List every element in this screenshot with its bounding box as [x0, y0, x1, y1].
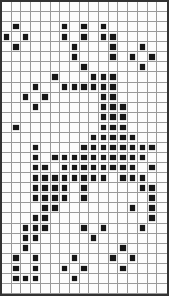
filled-cell: [31, 224, 41, 234]
empty-cell: [109, 224, 119, 234]
empty-cell: [2, 234, 12, 244]
empty-cell: [89, 22, 99, 32]
stitch-square: [33, 175, 38, 181]
filled-cell: [128, 203, 138, 213]
empty-cell: [51, 264, 61, 274]
empty-cell: [41, 284, 51, 294]
empty-cell: [157, 103, 167, 113]
empty-cell: [70, 133, 80, 143]
filled-cell: [51, 193, 61, 203]
empty-cell: [12, 244, 22, 254]
empty-cell: [109, 173, 119, 183]
empty-cell: [2, 224, 12, 234]
empty-cell: [99, 234, 109, 244]
filled-cell: [89, 173, 99, 183]
stitch-square: [101, 84, 106, 90]
filled-cell: [118, 264, 128, 274]
filled-cell: [41, 224, 51, 234]
empty-cell: [51, 133, 61, 143]
filled-cell: [21, 93, 31, 103]
empty-cell: [89, 224, 99, 234]
stitch-square: [110, 155, 115, 161]
filled-cell: [128, 254, 138, 264]
empty-cell: [12, 224, 22, 234]
empty-cell: [21, 143, 31, 153]
filled-cell: [138, 224, 148, 234]
stitch-square: [62, 155, 67, 161]
empty-cell: [148, 254, 158, 264]
stitch-square: [130, 165, 135, 171]
empty-cell: [157, 93, 167, 103]
empty-cell: [70, 123, 80, 133]
empty-cell: [157, 22, 167, 32]
empty-cell: [60, 113, 70, 123]
filled-cell: [80, 224, 90, 234]
empty-cell: [60, 62, 70, 72]
stitch-square: [81, 34, 86, 40]
filled-cell: [138, 62, 148, 72]
stitch-square: [81, 195, 86, 201]
filled-cell: [89, 153, 99, 163]
empty-cell: [60, 213, 70, 223]
stitch-square: [13, 276, 18, 282]
empty-cell: [89, 254, 99, 264]
empty-cell: [138, 113, 148, 123]
empty-cell: [21, 173, 31, 183]
stitch-square: [4, 34, 9, 40]
empty-cell: [60, 12, 70, 22]
stitch-grid-board: [0, 0, 169, 296]
filled-cell: [148, 203, 158, 213]
filled-cell: [70, 83, 80, 93]
empty-cell: [157, 244, 167, 254]
empty-cell: [70, 93, 80, 103]
stitch-square: [101, 225, 106, 231]
empty-cell: [128, 284, 138, 294]
empty-cell: [70, 213, 80, 223]
empty-cell: [157, 163, 167, 173]
empty-cell: [109, 62, 119, 72]
filled-cell: [31, 83, 41, 93]
filled-cell: [128, 163, 138, 173]
stitch-square: [81, 24, 86, 30]
filled-cell: [41, 183, 51, 193]
empty-cell: [138, 123, 148, 133]
empty-cell: [157, 264, 167, 274]
filled-cell: [41, 163, 51, 173]
empty-cell: [12, 72, 22, 82]
empty-cell: [118, 62, 128, 72]
empty-cell: [118, 284, 128, 294]
empty-cell: [157, 83, 167, 93]
stitch-square: [62, 84, 67, 90]
empty-cell: [12, 133, 22, 143]
empty-cell: [12, 93, 22, 103]
empty-cell: [51, 113, 61, 123]
empty-cell: [31, 12, 41, 22]
stitch-square: [120, 266, 125, 272]
filled-cell: [89, 143, 99, 153]
empty-cell: [109, 284, 119, 294]
empty-cell: [118, 254, 128, 264]
stitch-square: [81, 266, 86, 272]
empty-cell: [109, 2, 119, 12]
filled-cell: [31, 173, 41, 183]
filled-cell: [109, 93, 119, 103]
stitch-square: [23, 245, 28, 251]
empty-cell: [2, 133, 12, 143]
filled-cell: [138, 143, 148, 153]
stitch-square: [91, 135, 96, 141]
empty-cell: [109, 264, 119, 274]
empty-cell: [31, 284, 41, 294]
empty-cell: [2, 93, 12, 103]
empty-cell: [51, 12, 61, 22]
filled-cell: [118, 153, 128, 163]
empty-cell: [138, 32, 148, 42]
empty-cell: [12, 113, 22, 123]
empty-cell: [70, 62, 80, 72]
empty-cell: [70, 12, 80, 22]
stitch-square: [13, 125, 18, 131]
pattern-chart-page: [0, 0, 173, 300]
empty-cell: [148, 83, 158, 93]
stitch-square: [140, 185, 145, 191]
empty-cell: [99, 244, 109, 254]
stitch-square: [149, 215, 154, 221]
empty-cell: [41, 83, 51, 93]
stitch-square: [81, 84, 86, 90]
stitch-square: [149, 195, 154, 201]
empty-cell: [31, 42, 41, 52]
filled-cell: [99, 32, 109, 42]
empty-cell: [148, 244, 158, 254]
filled-cell: [31, 163, 41, 173]
empty-cell: [89, 62, 99, 72]
empty-cell: [109, 244, 119, 254]
empty-cell: [128, 93, 138, 103]
empty-cell: [31, 52, 41, 62]
empty-cell: [80, 72, 90, 82]
stitch-square: [62, 175, 67, 181]
stitch-square: [91, 175, 96, 181]
filled-cell: [89, 72, 99, 82]
empty-cell: [109, 234, 119, 244]
stitch-square: [33, 165, 38, 171]
filled-cell: [109, 72, 119, 82]
empty-cell: [138, 12, 148, 22]
stitch-square: [52, 205, 57, 211]
empty-cell: [51, 244, 61, 254]
empty-cell: [70, 2, 80, 12]
empty-cell: [157, 12, 167, 22]
empty-cell: [12, 234, 22, 244]
stitch-square: [42, 165, 47, 171]
stitch-square: [110, 44, 115, 50]
empty-cell: [2, 183, 12, 193]
empty-cell: [41, 42, 51, 52]
stitch-square: [33, 225, 38, 231]
stitch-square: [120, 245, 125, 251]
empty-cell: [70, 264, 80, 274]
filled-cell: [31, 153, 41, 163]
empty-cell: [31, 93, 41, 103]
empty-cell: [138, 264, 148, 274]
stitch-square: [110, 34, 115, 40]
stitch-square: [149, 205, 154, 211]
filled-cell: [80, 32, 90, 42]
stitch-square: [110, 135, 115, 141]
stitch-square: [33, 195, 38, 201]
empty-cell: [89, 274, 99, 284]
filled-cell: [109, 42, 119, 52]
empty-cell: [148, 274, 158, 284]
filled-cell: [99, 113, 109, 123]
empty-cell: [148, 284, 158, 294]
filled-cell: [31, 213, 41, 223]
filled-cell: [12, 42, 22, 52]
filled-cell: [70, 42, 80, 52]
empty-cell: [21, 254, 31, 264]
empty-cell: [70, 193, 80, 203]
empty-cell: [118, 72, 128, 82]
empty-cell: [51, 62, 61, 72]
empty-cell: [21, 113, 31, 123]
stitch-square: [110, 84, 115, 90]
empty-cell: [157, 234, 167, 244]
stitch-square: [91, 145, 96, 151]
empty-cell: [60, 42, 70, 52]
empty-cell: [21, 163, 31, 173]
empty-cell: [157, 32, 167, 42]
empty-cell: [21, 193, 31, 203]
empty-cell: [89, 93, 99, 103]
empty-cell: [99, 284, 109, 294]
empty-cell: [12, 2, 22, 12]
stitch-square: [101, 94, 106, 100]
filled-cell: [41, 173, 51, 183]
filled-cell: [99, 224, 109, 234]
filled-cell: [51, 72, 61, 82]
stitch-square: [52, 74, 57, 80]
filled-cell: [70, 173, 80, 183]
empty-cell: [41, 234, 51, 244]
filled-cell: [60, 83, 70, 93]
empty-cell: [70, 244, 80, 254]
empty-cell: [60, 284, 70, 294]
filled-cell: [138, 173, 148, 183]
filled-cell: [138, 153, 148, 163]
filled-cell: [148, 213, 158, 223]
filled-cell: [118, 173, 128, 183]
empty-cell: [89, 264, 99, 274]
stitch-square: [149, 54, 154, 60]
empty-cell: [80, 244, 90, 254]
stitch-square: [23, 34, 28, 40]
empty-cell: [118, 193, 128, 203]
empty-cell: [157, 133, 167, 143]
filled-cell: [118, 113, 128, 123]
stitch-square: [120, 125, 125, 131]
filled-cell: [109, 254, 119, 264]
empty-cell: [21, 123, 31, 133]
empty-cell: [21, 264, 31, 274]
empty-cell: [31, 62, 41, 72]
stitch-square: [149, 145, 154, 151]
empty-cell: [148, 153, 158, 163]
empty-cell: [80, 12, 90, 22]
empty-cell: [138, 22, 148, 32]
stitch-square: [52, 185, 57, 191]
empty-cell: [118, 12, 128, 22]
empty-cell: [118, 22, 128, 32]
empty-cell: [21, 133, 31, 143]
stitch-square: [110, 145, 115, 151]
filled-cell: [109, 133, 119, 143]
stitch-square: [140, 145, 145, 151]
filled-cell: [51, 153, 61, 163]
empty-cell: [80, 213, 90, 223]
empty-cell: [80, 284, 90, 294]
filled-cell: [41, 203, 51, 213]
empty-cell: [138, 2, 148, 12]
stitch-square: [110, 114, 115, 120]
empty-cell: [41, 143, 51, 153]
filled-cell: [99, 22, 109, 32]
empty-cell: [128, 123, 138, 133]
empty-cell: [118, 203, 128, 213]
empty-cell: [21, 284, 31, 294]
filled-cell: [109, 113, 119, 123]
filled-cell: [148, 163, 158, 173]
empty-cell: [2, 213, 12, 223]
stitch-square: [23, 94, 28, 100]
empty-cell: [70, 72, 80, 82]
empty-cell: [157, 52, 167, 62]
filled-cell: [99, 93, 109, 103]
empty-cell: [157, 284, 167, 294]
empty-cell: [70, 203, 80, 213]
empty-cell: [2, 72, 12, 82]
filled-cell: [31, 254, 41, 264]
empty-cell: [21, 12, 31, 22]
stitch-square: [140, 225, 145, 231]
empty-cell: [118, 83, 128, 93]
empty-cell: [60, 123, 70, 133]
stitch-square: [33, 255, 38, 261]
empty-cell: [70, 32, 80, 42]
stitch-square: [62, 266, 67, 272]
filled-cell: [148, 183, 158, 193]
empty-cell: [60, 254, 70, 264]
empty-cell: [2, 203, 12, 213]
filled-cell: [99, 72, 109, 82]
empty-cell: [60, 103, 70, 113]
empty-cell: [51, 234, 61, 244]
filled-cell: [31, 143, 41, 153]
empty-cell: [89, 203, 99, 213]
empty-cell: [60, 72, 70, 82]
empty-cell: [12, 173, 22, 183]
empty-cell: [128, 22, 138, 32]
filled-cell: [128, 173, 138, 183]
filled-cell: [109, 52, 119, 62]
empty-cell: [21, 213, 31, 223]
empty-cell: [157, 123, 167, 133]
empty-cell: [138, 244, 148, 254]
empty-cell: [60, 203, 70, 213]
empty-cell: [118, 224, 128, 234]
empty-cell: [128, 274, 138, 284]
empty-cell: [128, 2, 138, 12]
filled-cell: [21, 32, 31, 42]
empty-cell: [128, 213, 138, 223]
stitch-square: [62, 185, 67, 191]
empty-cell: [148, 62, 158, 72]
filled-cell: [99, 173, 109, 183]
empty-cell: [21, 52, 31, 62]
empty-cell: [41, 72, 51, 82]
empty-cell: [51, 93, 61, 103]
filled-cell: [118, 103, 128, 113]
empty-cell: [12, 163, 22, 173]
stitch-square: [13, 24, 18, 30]
stitch-square: [23, 225, 28, 231]
empty-cell: [21, 83, 31, 93]
empty-cell: [41, 113, 51, 123]
empty-cell: [60, 234, 70, 244]
filled-cell: [89, 133, 99, 143]
empty-cell: [60, 224, 70, 234]
empty-cell: [118, 213, 128, 223]
empty-cell: [51, 103, 61, 113]
empty-cell: [128, 62, 138, 72]
empty-cell: [41, 123, 51, 133]
stitch-square: [140, 44, 145, 50]
empty-cell: [118, 93, 128, 103]
stitch-square: [140, 175, 145, 181]
empty-cell: [70, 183, 80, 193]
empty-cell: [128, 12, 138, 22]
filled-cell: [109, 32, 119, 42]
empty-cell: [2, 113, 12, 123]
stitch-square: [120, 104, 125, 110]
empty-cell: [2, 284, 12, 294]
filled-cell: [41, 93, 51, 103]
stitch-square: [130, 255, 135, 261]
stitch-square: [130, 175, 135, 181]
filled-cell: [70, 52, 80, 62]
empty-cell: [99, 52, 109, 62]
empty-cell: [21, 62, 31, 72]
empty-cell: [157, 224, 167, 234]
empty-cell: [31, 2, 41, 12]
stitch-square: [110, 165, 115, 171]
stitch-square: [101, 165, 106, 171]
empty-cell: [157, 274, 167, 284]
stitch-square: [81, 64, 86, 70]
empty-cell: [12, 193, 22, 203]
stitch-square: [62, 34, 67, 40]
filled-cell: [60, 264, 70, 274]
empty-cell: [89, 284, 99, 294]
filled-cell: [109, 123, 119, 133]
empty-cell: [99, 2, 109, 12]
filled-cell: [31, 274, 41, 284]
filled-cell: [128, 133, 138, 143]
filled-cell: [60, 173, 70, 183]
empty-cell: [12, 32, 22, 42]
